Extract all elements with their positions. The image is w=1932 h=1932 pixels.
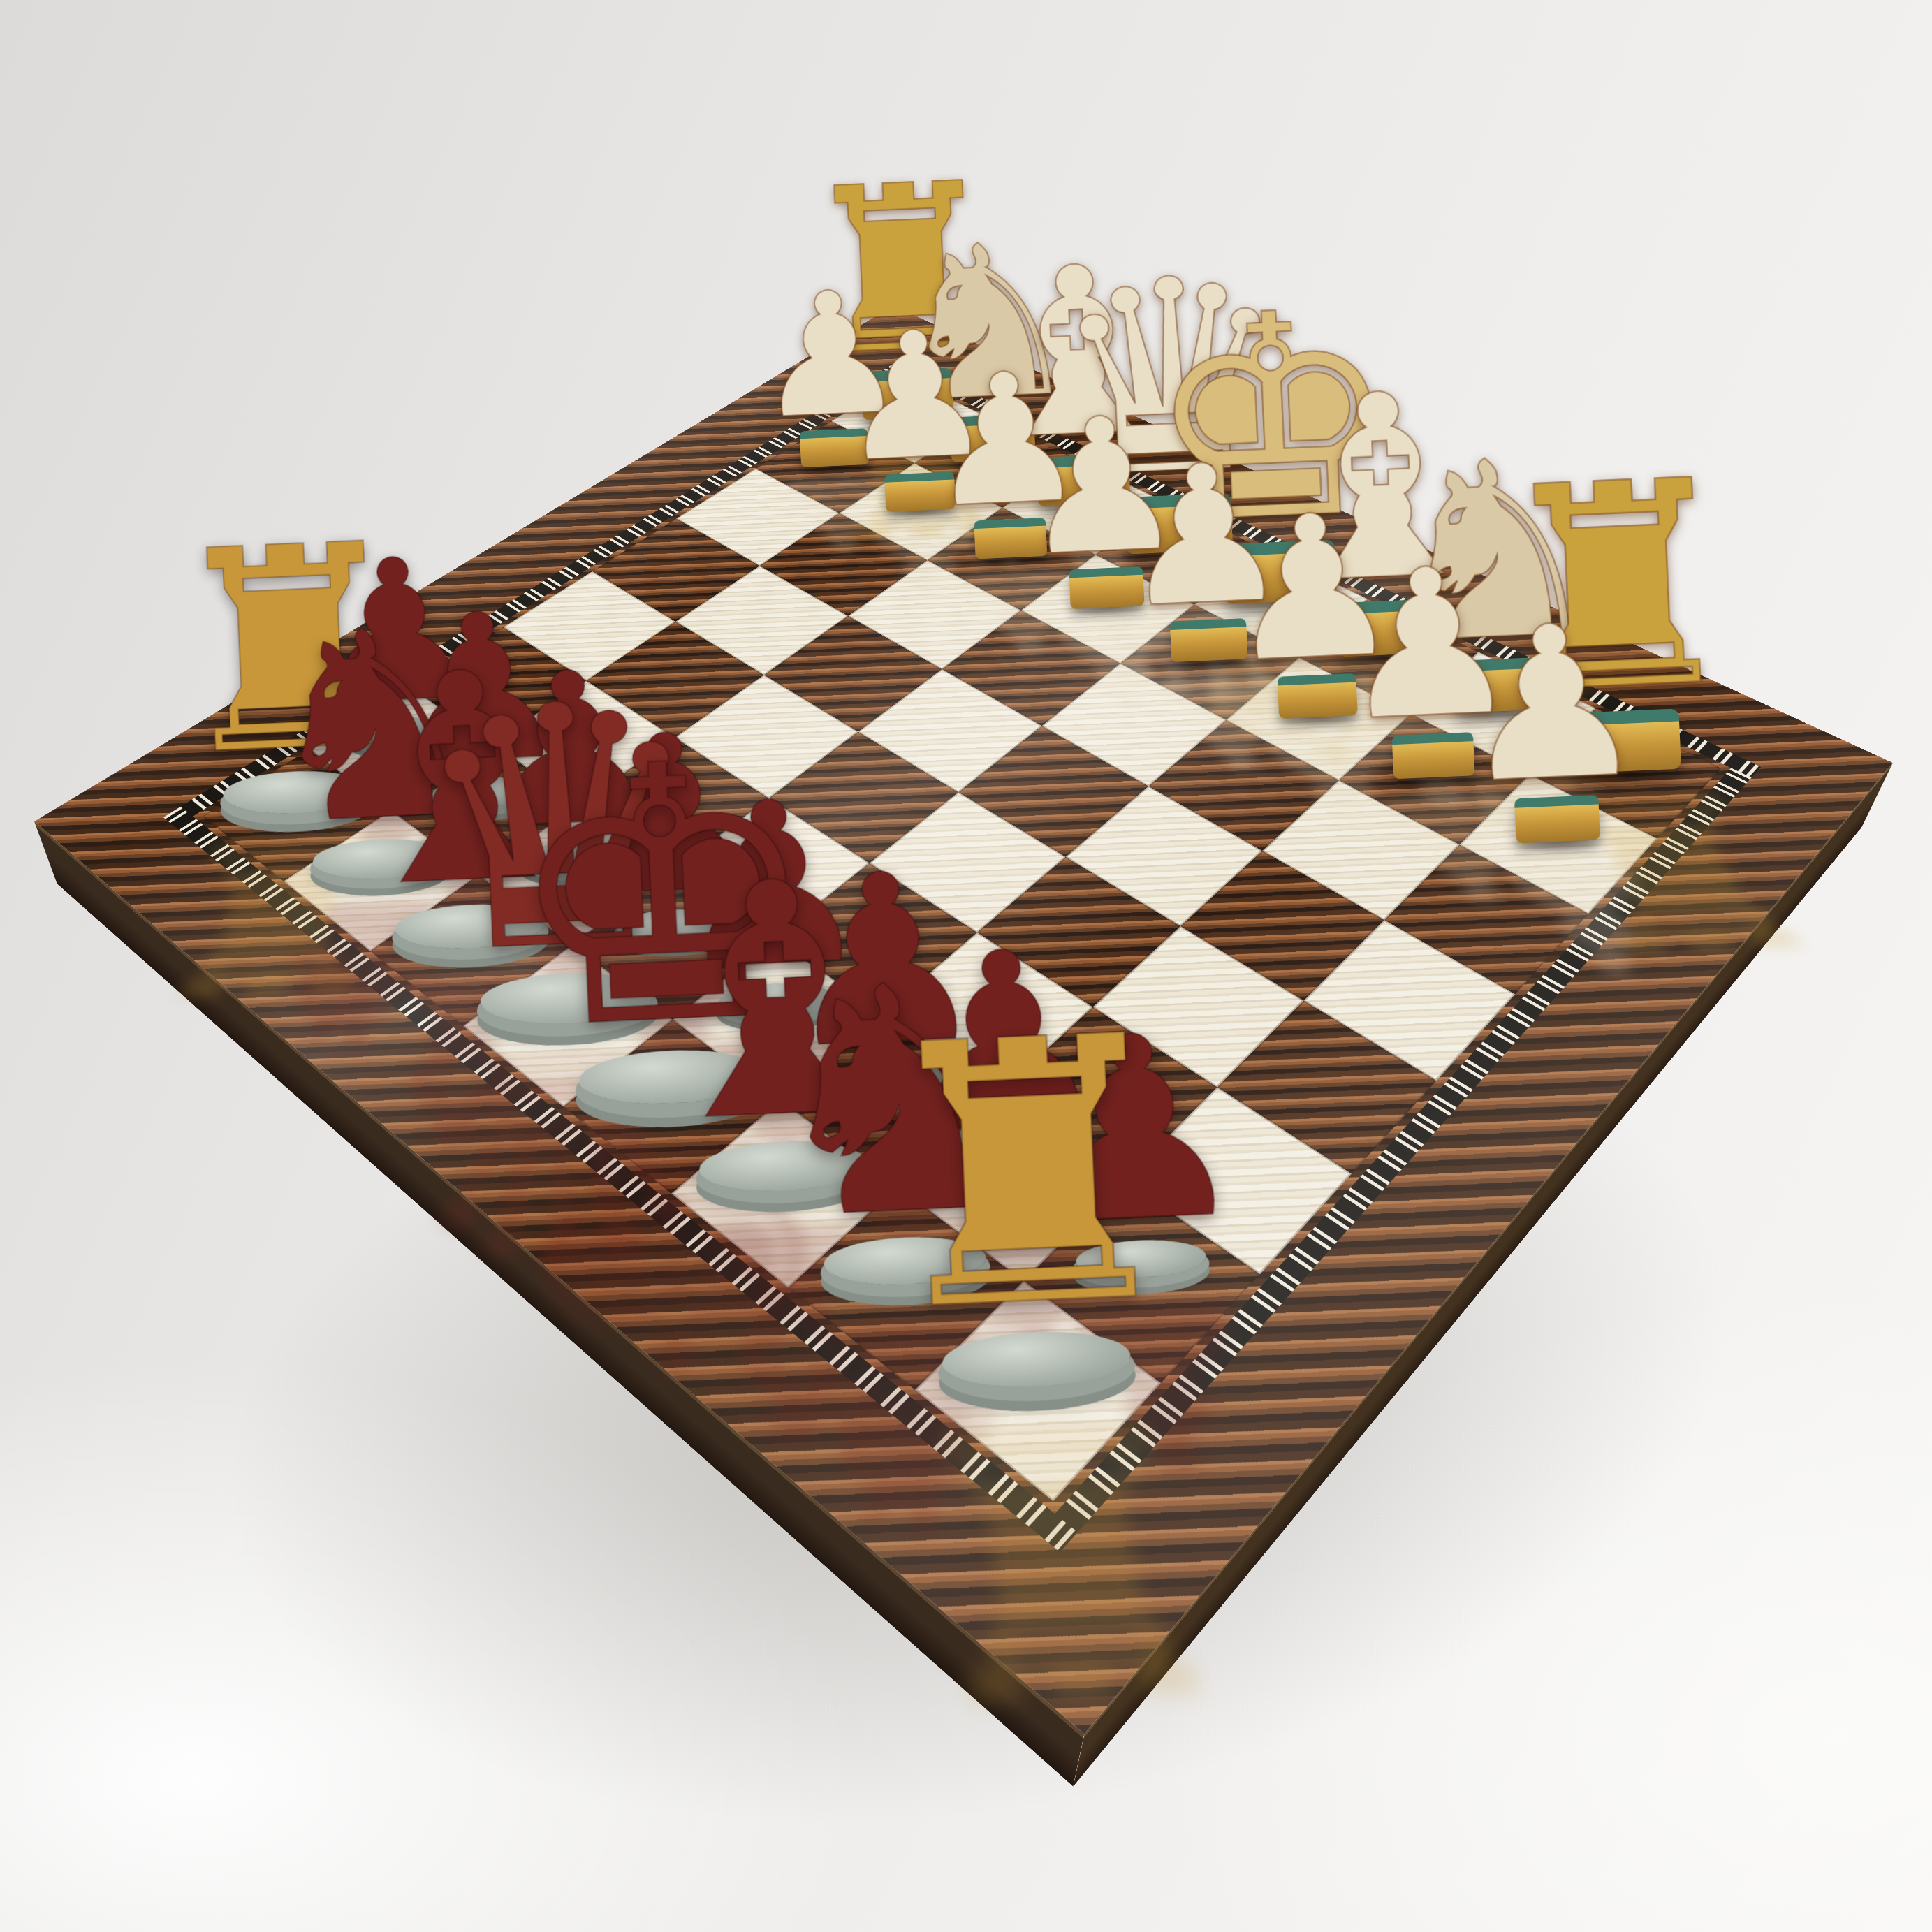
photo-canvas: ♜♞♝♛♚♝♞♜♟♟♟♟♟♟♟♟♟♟♟♟♟♟♟♟♜♞♝♛♚♝♞♜ ♜♞♝♛♚♝♞…: [0, 0, 1932, 1932]
piece-glyph: ♟: [1454, 599, 1651, 809]
camera-tilt: ♜♞♝♛♚♝♞♜♟♟♟♟♟♟♟♟♟♟♟♟♟♟♟♟♜♞♝♛♚♝♞♜ ♜♞♝♛♚♝♞…: [0, 0, 1932, 1932]
piece-glyph: ♜: [859, 995, 1199, 1356]
chess-board: ♜♞♝♛♚♝♞♜♟♟♟♟♟♟♟♟♟♟♟♟♟♟♟♟♜♞♝♛♚♝♞♜ ♜♞♝♛♚♝♞…: [34, 306, 1893, 1734]
scene: ♜♞♝♛♚♝♞♜♟♟♟♟♟♟♟♟♟♟♟♟♟♟♟♟♜♞♝♛♚♝♞♜ ♜♞♝♛♚♝♞…: [0, 0, 1932, 1932]
gold-hieroglyph-base: [1514, 795, 1600, 844]
